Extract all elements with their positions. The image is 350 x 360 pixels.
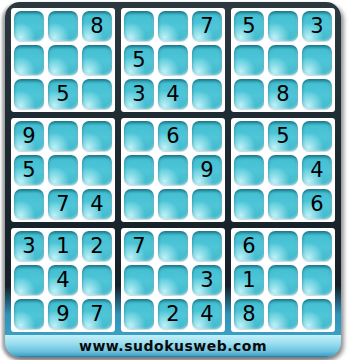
sudoku-cell[interactable]: 2 <box>82 231 112 261</box>
sudoku-box: 7324 <box>121 228 225 332</box>
sudoku-cell[interactable]: 8 <box>268 79 298 109</box>
sudoku-box: 7534 <box>121 8 225 112</box>
sudoku-cell[interactable] <box>48 155 78 185</box>
sudoku-cell[interactable] <box>268 265 298 295</box>
sudoku-cell[interactable]: 3 <box>124 79 154 109</box>
sudoku-cell[interactable] <box>82 79 112 109</box>
site-url[interactable]: www.sudokusweb.com <box>79 338 267 354</box>
sudoku-box: 546 <box>231 118 335 222</box>
sudoku-cell[interactable] <box>124 11 154 41</box>
sudoku-cell[interactable]: 9 <box>192 155 222 185</box>
sudoku-cell[interactable] <box>192 121 222 151</box>
sudoku-cell[interactable] <box>302 79 332 109</box>
sudoku-cell[interactable] <box>192 231 222 261</box>
sudoku-cell[interactable] <box>82 121 112 151</box>
sudoku-cell[interactable] <box>268 299 298 329</box>
sudoku-cell[interactable] <box>234 121 264 151</box>
sudoku-cell[interactable] <box>158 189 188 219</box>
sudoku-cell[interactable] <box>82 265 112 295</box>
sudoku-cell[interactable]: 8 <box>82 11 112 41</box>
sudoku-box: 9574 <box>11 118 115 222</box>
sudoku-cell[interactable] <box>158 11 188 41</box>
sudoku-cell[interactable] <box>82 45 112 75</box>
sudoku-cell[interactable] <box>14 45 44 75</box>
sudoku-cell[interactable] <box>158 231 188 261</box>
sudoku-cell[interactable]: 1 <box>234 265 264 295</box>
sudoku-cell[interactable]: 5 <box>234 11 264 41</box>
sudoku-cell[interactable] <box>82 155 112 185</box>
sudoku-cell[interactable]: 7 <box>192 11 222 41</box>
sudoku-cell[interactable] <box>48 45 78 75</box>
sudoku-cell[interactable] <box>302 231 332 261</box>
sudoku-cell[interactable]: 3 <box>14 231 44 261</box>
sudoku-cell[interactable] <box>124 155 154 185</box>
sudoku-cell[interactable] <box>268 45 298 75</box>
sudoku-cell[interactable] <box>234 189 264 219</box>
sudoku-cell[interactable]: 6 <box>302 189 332 219</box>
sudoku-cell[interactable] <box>14 299 44 329</box>
sudoku-cell[interactable] <box>268 189 298 219</box>
sudoku-cell[interactable]: 5 <box>124 45 154 75</box>
sudoku-box: 69 <box>121 118 225 222</box>
sudoku-cell[interactable] <box>14 79 44 109</box>
sudoku-cell[interactable]: 9 <box>14 121 44 151</box>
sudoku-cell[interactable] <box>302 265 332 295</box>
sudoku-cell[interactable]: 4 <box>158 79 188 109</box>
sudoku-cell[interactable]: 4 <box>82 189 112 219</box>
sudoku-cell[interactable]: 7 <box>124 231 154 261</box>
sudoku-cell[interactable]: 5 <box>14 155 44 185</box>
sudoku-cell[interactable] <box>192 189 222 219</box>
sudoku-cell[interactable] <box>192 79 222 109</box>
sudoku-cell[interactable]: 9 <box>48 299 78 329</box>
sudoku-cell[interactable] <box>268 155 298 185</box>
sudoku-cell[interactable] <box>302 121 332 151</box>
sudoku-cell[interactable]: 7 <box>82 299 112 329</box>
sudoku-cell[interactable] <box>14 265 44 295</box>
sudoku-cell[interactable]: 6 <box>234 231 264 261</box>
sudoku-box: 538 <box>231 8 335 112</box>
sudoku-grid: 8575345389574695463124977324618 <box>5 2 341 335</box>
sudoku-cell[interactable]: 5 <box>48 79 78 109</box>
sudoku-cell[interactable] <box>14 189 44 219</box>
sudoku-cell[interactable] <box>48 121 78 151</box>
sudoku-cell[interactable] <box>158 265 188 295</box>
sudoku-cell[interactable]: 1 <box>48 231 78 261</box>
sudoku-cell[interactable] <box>268 231 298 261</box>
sudoku-cell[interactable]: 3 <box>192 265 222 295</box>
sudoku-box: 85 <box>11 8 115 112</box>
sudoku-box: 312497 <box>11 228 115 332</box>
sudoku-cell[interactable] <box>302 45 332 75</box>
sudoku-cell[interactable]: 3 <box>302 11 332 41</box>
sudoku-cell[interactable] <box>48 11 78 41</box>
sudoku-cell[interactable] <box>124 189 154 219</box>
sudoku-cell[interactable] <box>268 11 298 41</box>
sudoku-cell[interactable]: 7 <box>48 189 78 219</box>
sudoku-cell[interactable] <box>124 121 154 151</box>
sudoku-cell[interactable] <box>192 45 222 75</box>
sudoku-cell[interactable]: 6 <box>158 121 188 151</box>
sudoku-cell[interactable]: 4 <box>302 155 332 185</box>
sudoku-cell[interactable]: 4 <box>48 265 78 295</box>
sudoku-cell[interactable] <box>158 45 188 75</box>
sudoku-cell[interactable]: 8 <box>234 299 264 329</box>
sudoku-cell[interactable]: 5 <box>268 121 298 151</box>
sudoku-cell[interactable] <box>234 155 264 185</box>
sudoku-cell[interactable]: 2 <box>158 299 188 329</box>
sudoku-cell[interactable] <box>124 299 154 329</box>
sudoku-cell[interactable]: 4 <box>192 299 222 329</box>
sudoku-cell[interactable] <box>234 45 264 75</box>
sudoku-cell[interactable] <box>302 299 332 329</box>
sudoku-cell[interactable] <box>14 11 44 41</box>
sudoku-cell[interactable] <box>124 265 154 295</box>
sudoku-cell[interactable] <box>234 79 264 109</box>
sudoku-board: 8575345389574695463124977324618 www.sudo… <box>5 2 341 357</box>
footer-band: www.sudokusweb.com <box>5 335 341 357</box>
sudoku-box: 618 <box>231 228 335 332</box>
sudoku-cell[interactable] <box>158 155 188 185</box>
